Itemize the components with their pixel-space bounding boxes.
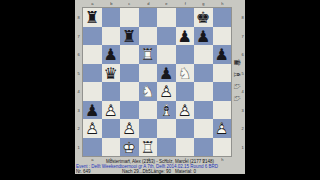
square-f1 <box>176 138 195 157</box>
file-label-top-a: a <box>88 2 97 6</box>
piece-white-knight <box>139 82 158 101</box>
square-b5: ♛ <box>102 64 121 83</box>
piece-black-pawn: ♟ <box>176 27 195 46</box>
square-b1 <box>102 138 121 157</box>
material-piece-1: ♗ <box>231 70 242 80</box>
square-b4 <box>102 82 121 101</box>
piece-white-knight <box>176 64 195 83</box>
piece-white-rook <box>139 45 158 64</box>
file-label-top-b: b <box>106 2 115 6</box>
square-h1 <box>213 138 232 157</box>
piece-white-pawn <box>213 119 232 138</box>
file-label-top-g: g <box>199 2 208 6</box>
square-d8 <box>139 8 158 27</box>
square-f7: ♟ <box>176 27 195 46</box>
diagram-panel: abcdefgh 87654321 ♜♚♜♟♟♟♟♛♟♟ 87654321 ♛♗… <box>75 0 245 174</box>
square-e3 <box>157 101 176 120</box>
rank-label-right-2: 2 <box>241 124 245 133</box>
material-piece-2: ♘ <box>231 82 242 92</box>
piece-black-queen: ♛ <box>102 64 121 83</box>
rank-label-right-7: 7 <box>241 31 245 40</box>
square-a1 <box>83 138 102 157</box>
square-a7 <box>83 27 102 46</box>
material-strip: ♛♗♘♘ <box>231 57 241 104</box>
square-b3 <box>102 101 121 120</box>
piece-white-rook <box>139 138 158 157</box>
square-h4 <box>213 82 232 101</box>
square-a4 <box>83 82 102 101</box>
file-label-top-e: e <box>162 2 171 6</box>
square-b8 <box>102 8 121 27</box>
square-d4 <box>139 82 158 101</box>
square-e8 <box>157 8 176 27</box>
material-piece-0: ♛ <box>231 58 242 68</box>
rank-labels-left: 87654321 <box>75 8 82 156</box>
square-g7: ♟ <box>194 27 213 46</box>
piece-white-pawn <box>102 101 121 120</box>
rank-label-left-6: 6 <box>77 50 81 59</box>
square-h3 <box>213 101 232 120</box>
square-f3 <box>176 101 195 120</box>
rank-label-left-2: 2 <box>77 124 81 133</box>
square-c5 <box>120 64 139 83</box>
square-c4 <box>120 82 139 101</box>
rank-label-right-1: 1 <box>241 142 245 151</box>
material-label: Material: 0 <box>175 169 196 174</box>
piece-black-pawn: ♟ <box>213 45 232 64</box>
chess-board: ♜♚♜♟♟♟♟♛♟♟ <box>83 8 231 156</box>
file-label-top-h: h <box>217 2 226 6</box>
square-c3 <box>120 101 139 120</box>
piece-white-pawn <box>176 101 195 120</box>
file-label-top-d: d <box>143 2 152 6</box>
rank-label-left-1: 1 <box>77 142 81 151</box>
square-h7 <box>213 27 232 46</box>
square-e2 <box>157 119 176 138</box>
square-g5 <box>194 64 213 83</box>
square-d6 <box>139 45 158 64</box>
video-frame: { "game": "chess", "position": { "fen": … <box>0 0 320 180</box>
file-label-top-c: c <box>125 2 134 6</box>
square-a5 <box>83 64 102 83</box>
square-a6 <box>83 45 102 64</box>
square-a2 <box>83 119 102 138</box>
square-e1 <box>157 138 176 157</box>
square-g4 <box>194 82 213 101</box>
piece-black-pawn: ♟ <box>83 101 102 120</box>
square-f6 <box>176 45 195 64</box>
square-g3 <box>194 101 213 120</box>
square-f2 <box>176 119 195 138</box>
square-d2 <box>139 119 158 138</box>
rank-label-right-8: 8 <box>241 13 245 22</box>
square-d7 <box>139 27 158 46</box>
square-c7: ♜ <box>120 27 139 46</box>
square-g6 <box>194 45 213 64</box>
piece-black-pawn: ♟ <box>157 64 176 83</box>
square-h2 <box>213 119 232 138</box>
square-a8: ♜ <box>83 8 102 27</box>
file-label-top-f: f <box>180 2 189 6</box>
piece-black-pawn: ♟ <box>102 45 121 64</box>
square-f5 <box>176 64 195 83</box>
piece-white-pawn <box>83 119 102 138</box>
square-c2 <box>120 119 139 138</box>
square-g1 <box>194 138 213 157</box>
square-b7 <box>102 27 121 46</box>
square-h6: ♟ <box>213 45 232 64</box>
piece-black-king: ♚ <box>194 8 213 27</box>
square-e6 <box>157 45 176 64</box>
rank-label-left-5: 5 <box>77 68 81 77</box>
square-d1 <box>139 138 158 157</box>
piece-black-pawn: ♟ <box>194 27 213 46</box>
square-c1 <box>120 138 139 157</box>
square-g8: ♚ <box>194 8 213 27</box>
square-c6 <box>120 45 139 64</box>
game-number-label: Nr. 649 <box>76 169 91 174</box>
square-d5 <box>139 64 158 83</box>
rank-label-left-8: 8 <box>77 13 81 22</box>
file-labels-top: abcdefgh <box>83 0 231 7</box>
rank-label-right-3: 3 <box>241 105 245 114</box>
square-e4 <box>157 82 176 101</box>
square-h8 <box>213 8 232 27</box>
square-b2 <box>102 119 121 138</box>
square-f8 <box>176 8 195 27</box>
after-move-label: Nach 29...Db5 <box>122 169 151 174</box>
piece-white-pawn <box>157 82 176 101</box>
piece-black-rook: ♜ <box>120 27 139 46</box>
piece-white-king <box>120 138 139 157</box>
square-e5: ♟ <box>157 64 176 83</box>
piece-white-pawn <box>120 119 139 138</box>
rank-label-left-3: 3 <box>77 105 81 114</box>
material-piece-3: ♘ <box>231 94 242 104</box>
square-d3 <box>139 101 158 120</box>
square-h5 <box>213 64 232 83</box>
square-c8 <box>120 8 139 27</box>
info-line: Nr. 649 Nach 29...Db5 Länge: 90 Material… <box>76 169 244 174</box>
square-g2 <box>194 119 213 138</box>
rank-label-left-4: 4 <box>77 87 81 96</box>
square-e7 <box>157 27 176 46</box>
piece-white-bishop <box>157 101 176 120</box>
square-a3: ♟ <box>83 101 102 120</box>
length-label: Länge: 90 <box>151 169 171 174</box>
square-b6: ♟ <box>102 45 121 64</box>
rank-label-left-7: 7 <box>77 31 81 40</box>
piece-black-rook: ♜ <box>83 8 102 27</box>
square-f4 <box>176 82 195 101</box>
